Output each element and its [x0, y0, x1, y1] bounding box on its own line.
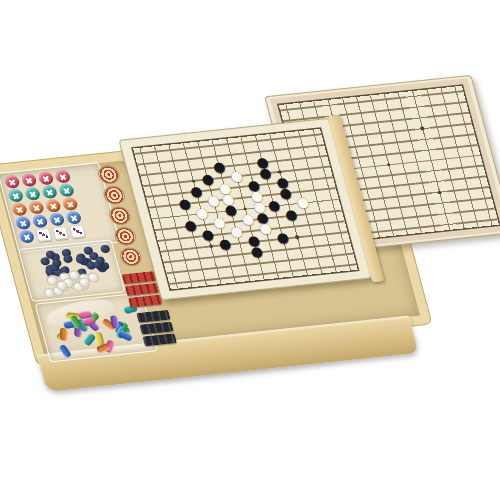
red-tile [125, 283, 159, 296]
ludo-token [28, 200, 45, 214]
ludo-token [20, 173, 37, 187]
ludo-token [24, 187, 41, 201]
ludo-token [41, 185, 58, 199]
swirl-checker [101, 185, 127, 206]
ludo-token [7, 188, 24, 202]
ludo-token [37, 171, 54, 185]
product-photo: ●●●●●●●●●●●●●●●●●●●●●●●●●●●●●●● [0, 0, 500, 500]
die [35, 228, 52, 242]
flying-chess-piece [83, 332, 96, 346]
black-go-stone [99, 245, 110, 254]
board-cell [482, 214, 499, 226]
ludo-token [48, 212, 65, 226]
ludo-token [11, 202, 28, 216]
ludo-token [58, 183, 75, 197]
go-stones-tray [18, 239, 126, 302]
ludo-token [45, 199, 62, 213]
ludo-token [3, 175, 20, 189]
game-box-scene: ●●●●●●●●●●●●●●●●●●●●●●●●●●●●●●● [0, 87, 500, 413]
ludo-token [54, 169, 71, 183]
black-go-stone [62, 254, 73, 263]
swirl-checker [112, 226, 138, 247]
gomoku-board: ●●●●●●●●●●●●●●●●●●●●●●●●●●●●●●● [118, 118, 372, 301]
black-tile [136, 310, 170, 323]
ludo-token [61, 197, 78, 211]
ludo-token [18, 230, 35, 244]
board-cell [340, 259, 357, 271]
swirl-checker [117, 247, 143, 268]
flying-chess-piece [118, 330, 133, 342]
die [52, 226, 69, 240]
swirl-checker [106, 205, 132, 226]
ludo-token [65, 210, 82, 224]
flying-chess-piece [58, 344, 72, 359]
red-tile [122, 271, 156, 284]
black-tile [139, 321, 173, 334]
flying-chess-piece [60, 327, 67, 341]
die [69, 224, 86, 238]
flying-chess-piece [110, 315, 119, 328]
ludo-token [14, 216, 31, 230]
ludo-token [31, 214, 48, 228]
swirl-checker [95, 164, 121, 185]
gomoku-board-grid: ●●●●●●●●●●●●●●●●●●●●●●●●●●●●●●● [133, 129, 358, 289]
